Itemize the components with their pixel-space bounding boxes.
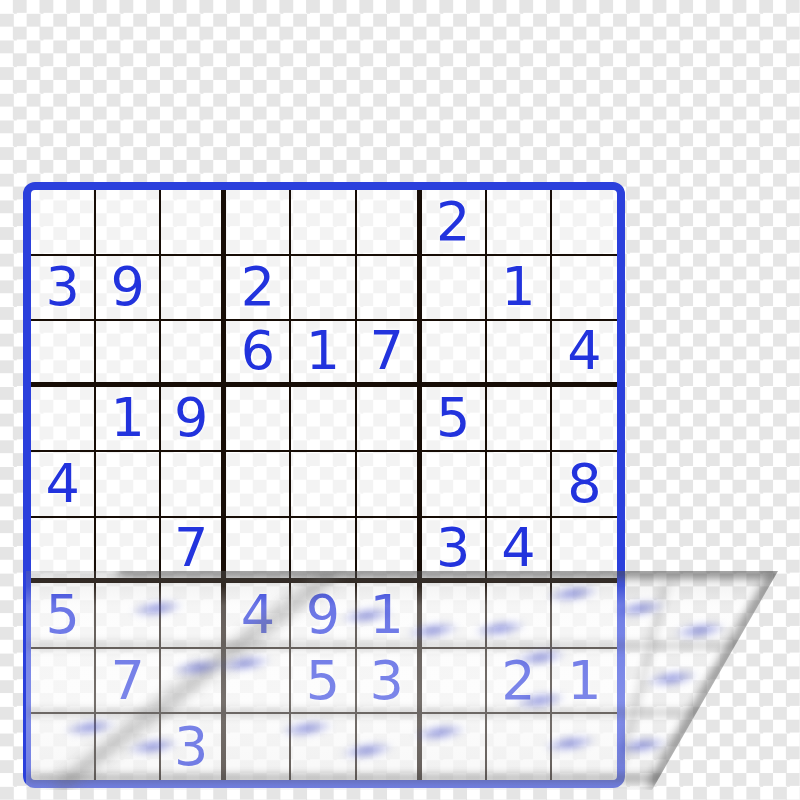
cell-r9c8[interactable] [487,714,552,780]
sudoku-grid: 239216174195487345491753213 [31,190,617,780]
cell-r2c7[interactable] [422,256,487,322]
cell-r1c5[interactable] [291,190,356,256]
cell-r5c3[interactable] [161,452,226,518]
cell-r1c9[interactable] [552,190,617,256]
cell-r4c1[interactable] [31,387,96,453]
sudoku-board: 239216174195487345491753213 [23,182,625,788]
cell-r3c7[interactable] [422,321,487,387]
cell-r7c3[interactable] [161,583,226,649]
cell-r9c6[interactable] [357,714,422,780]
cell-r7c8[interactable] [487,583,552,649]
ghost-digit-blob [644,666,700,690]
cell-r8c1[interactable] [31,649,96,715]
cell-r5c8[interactable] [487,452,552,518]
cell-r3c5[interactable]: 1 [291,321,356,387]
cell-r8c7[interactable] [422,649,487,715]
cell-r6c1[interactable] [31,518,96,584]
cell-r6c5[interactable] [291,518,356,584]
shadow-edge-diagonal [647,571,779,790]
shadow-column-line [618,582,669,768]
cell-r9c2[interactable] [96,714,161,780]
cell-r5c6[interactable] [357,452,422,518]
cell-r5c5[interactable] [291,452,356,518]
cell-r4c5[interactable] [291,387,356,453]
cell-r4c9[interactable] [552,387,617,453]
cell-r7c1[interactable]: 5 [31,583,96,649]
cell-r1c8[interactable] [487,190,552,256]
cell-r1c7[interactable]: 2 [422,190,487,256]
cell-r1c3[interactable] [161,190,226,256]
cell-r9c3[interactable]: 3 [161,714,226,780]
cell-r8c5[interactable]: 5 [291,649,356,715]
cell-r3c6[interactable]: 7 [357,321,422,387]
cell-r8c9[interactable]: 1 [552,649,617,715]
cell-r1c4[interactable] [226,190,291,256]
cell-r7c9[interactable] [552,583,617,649]
cell-r4c8[interactable] [487,387,552,453]
cell-r6c9[interactable] [552,518,617,584]
cell-r9c9[interactable] [552,714,617,780]
transparent-canvas: { "game": "sudoku", "board": { "grid_siz… [0,0,800,800]
cell-r8c4[interactable] [226,649,291,715]
cell-r8c2[interactable]: 7 [96,649,161,715]
cell-r7c5[interactable]: 9 [291,583,356,649]
ghost-digit-blob [672,618,728,642]
cell-r5c9[interactable]: 8 [552,452,617,518]
cell-r7c6[interactable]: 1 [357,583,422,649]
cell-r8c3[interactable] [161,649,226,715]
cell-r9c1[interactable] [31,714,96,780]
cell-r2c6[interactable] [357,256,422,322]
cell-r3c3[interactable] [161,321,226,387]
cell-r4c3[interactable]: 9 [161,387,226,453]
cell-r9c4[interactable] [226,714,291,780]
cell-r3c1[interactable] [31,321,96,387]
cell-r9c5[interactable] [291,714,356,780]
cell-r7c7[interactable] [422,583,487,649]
cell-r6c2[interactable] [96,518,161,584]
cell-r7c4[interactable]: 4 [226,583,291,649]
cell-r4c4[interactable] [226,387,291,453]
cell-r6c7[interactable]: 3 [422,518,487,584]
cell-r1c6[interactable] [357,190,422,256]
cell-r2c1[interactable]: 3 [31,256,96,322]
cell-r6c6[interactable] [357,518,422,584]
cell-r2c9[interactable] [552,256,617,322]
cell-r5c7[interactable] [422,452,487,518]
cell-r2c3[interactable] [161,256,226,322]
cell-r6c8[interactable]: 4 [487,518,552,584]
cell-r8c8[interactable]: 2 [487,649,552,715]
cell-r3c8[interactable] [487,321,552,387]
cell-r1c1[interactable] [31,190,96,256]
cell-r9c7[interactable] [422,714,487,780]
cell-r5c2[interactable] [96,452,161,518]
cell-r3c4[interactable]: 6 [226,321,291,387]
cell-r2c2[interactable]: 9 [96,256,161,322]
cell-r1c2[interactable] [96,190,161,256]
cell-r2c5[interactable] [291,256,356,322]
cell-r8c6[interactable]: 3 [357,649,422,715]
cell-r5c1[interactable]: 4 [31,452,96,518]
cell-r2c8[interactable]: 1 [487,256,552,322]
cell-r2c4[interactable]: 2 [226,256,291,322]
cell-r4c6[interactable] [357,387,422,453]
cell-r4c7[interactable]: 5 [422,387,487,453]
cell-r4c2[interactable]: 1 [96,387,161,453]
cell-r3c9[interactable]: 4 [552,321,617,387]
cell-r3c2[interactable] [96,321,161,387]
cell-r7c2[interactable] [96,583,161,649]
cell-r6c3[interactable]: 7 [161,518,226,584]
cell-r6c4[interactable] [226,518,291,584]
cell-r5c4[interactable] [226,452,291,518]
